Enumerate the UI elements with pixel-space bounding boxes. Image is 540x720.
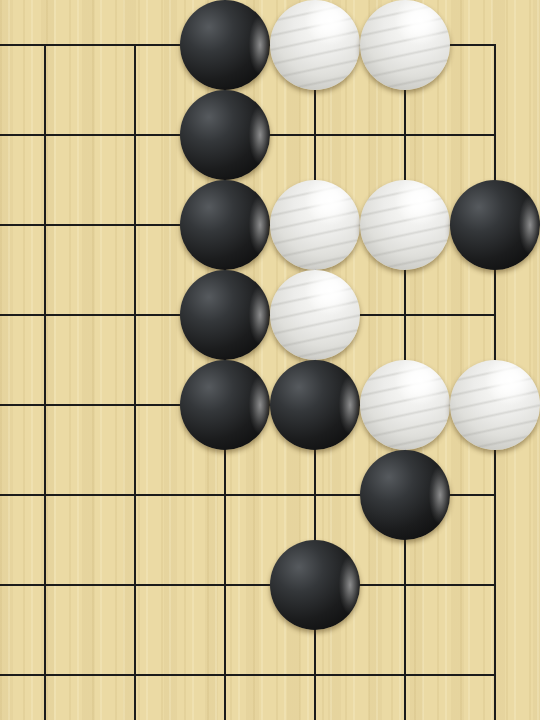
black-stone (180, 270, 270, 360)
black-stone (270, 360, 360, 450)
black-stone (180, 360, 270, 450)
white-stone (360, 180, 450, 270)
black-stone (270, 540, 360, 630)
grid-line-v (44, 44, 46, 720)
black-stone (180, 180, 270, 270)
white-stone (270, 270, 360, 360)
grid-line-v (134, 44, 136, 720)
white-stone (450, 360, 540, 450)
grid-line-h (0, 584, 496, 586)
white-stone (270, 0, 360, 90)
white-stone (270, 180, 360, 270)
black-stone (180, 90, 270, 180)
black-stone (450, 180, 540, 270)
grid-line-h (0, 674, 496, 676)
white-stone (360, 360, 450, 450)
black-stone (360, 450, 450, 540)
black-stone (180, 0, 270, 90)
white-stone (360, 0, 450, 90)
go-board[interactable] (0, 0, 540, 720)
